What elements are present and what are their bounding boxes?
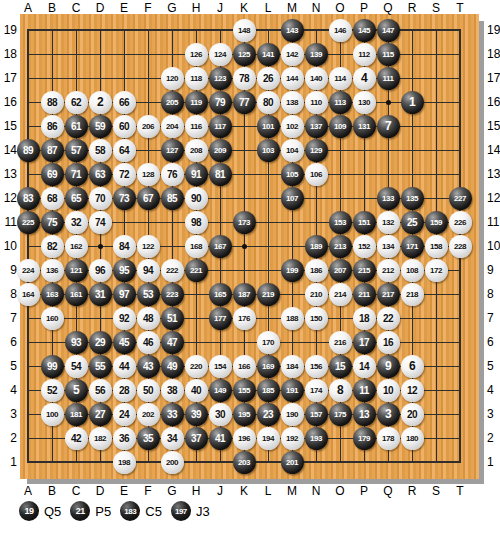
column-label-top-R: R — [400, 1, 424, 15]
annotation-stone-black: 21 — [70, 501, 90, 521]
annotation-stone-black: 197 — [171, 501, 191, 521]
annotation-move-21: 21P5 — [70, 501, 111, 521]
stone-M15-white[interactable]: 102 — [281, 115, 304, 138]
stone-H17-white[interactable]: 118 — [185, 67, 208, 90]
stone-F2-black[interactable]: 35 — [137, 427, 160, 450]
stone-B11-black[interactable]: 75 — [41, 211, 64, 234]
stone-R10-black[interactable]: 171 — [401, 235, 424, 258]
stone-K2-white[interactable]: 196 — [233, 427, 256, 450]
column-label-top-P: P — [352, 1, 376, 15]
column-label-bottom-B: B — [40, 484, 64, 498]
stone-G13-white[interactable]: 76 — [161, 163, 184, 186]
stone-J15-black[interactable]: 117 — [209, 115, 232, 138]
stone-F6-white[interactable]: 46 — [137, 331, 160, 354]
stone-A8-white[interactable]: 164 — [17, 283, 40, 306]
column-label-top-N: N — [304, 1, 328, 15]
stone-Q7-white[interactable]: 22 — [377, 307, 400, 330]
stone-L2-white[interactable]: 194 — [257, 427, 280, 450]
row-label-right-18: 18 — [487, 42, 500, 66]
row-label-left-15: 15 — [3, 114, 17, 138]
stone-B16-white[interactable]: 88 — [41, 91, 64, 114]
row-label-right-14: 14 — [487, 138, 500, 162]
stone-H18-white[interactable]: 126 — [185, 43, 208, 66]
stone-Q3-black[interactable]: 3 — [377, 403, 400, 426]
stone-J18-white[interactable]: 124 — [209, 43, 232, 66]
stone-D16-white[interactable]: 2 — [89, 91, 112, 114]
column-label-top-F: F — [136, 1, 160, 15]
stone-N5-white[interactable]: 156 — [305, 355, 328, 378]
stone-L18-black[interactable]: 141 — [257, 43, 280, 66]
stone-L5-black[interactable]: 169 — [257, 355, 280, 378]
stone-Q9-white[interactable]: 212 — [377, 259, 400, 282]
stone-Q18-black[interactable]: 115 — [377, 43, 400, 66]
stone-B8-black[interactable]: 163 — [41, 283, 64, 306]
row-label-right-1: 1 — [487, 450, 494, 474]
stone-O4-white[interactable]: 8 — [329, 379, 352, 402]
stone-H5-white[interactable]: 220 — [185, 355, 208, 378]
annotation-move-197: 197J3 — [171, 501, 210, 521]
stone-S11-black[interactable]: 159 — [425, 211, 448, 234]
stone-R4-white[interactable]: 12 — [401, 379, 424, 402]
move-annotations: 19Q521P5183C5197J3 — [19, 501, 210, 521]
row-label-left-3: 3 — [3, 402, 17, 426]
stone-L6-white[interactable]: 170 — [257, 331, 280, 354]
stone-C4-black[interactable]: 5 — [65, 379, 88, 402]
stone-C2-white[interactable]: 42 — [65, 427, 88, 450]
stone-J14-black[interactable]: 209 — [209, 139, 232, 162]
stone-M19-black[interactable]: 143 — [281, 19, 304, 42]
row-label-right-7: 7 — [487, 306, 494, 330]
stone-M17-white[interactable]: 144 — [281, 67, 304, 90]
row-label-right-9: 9 — [487, 258, 494, 282]
stone-D6-black[interactable]: 29 — [89, 331, 112, 354]
column-label-top-T: T — [448, 1, 472, 15]
stone-G5-black[interactable]: 49 — [161, 355, 184, 378]
stone-P17-white[interactable]: 4 — [353, 67, 376, 90]
stone-H14-white[interactable]: 208 — [185, 139, 208, 162]
column-label-bottom-C: C — [64, 484, 88, 498]
stone-G15-white[interactable]: 204 — [161, 115, 184, 138]
stone-M9-black[interactable]: 199 — [281, 259, 304, 282]
stone-H11-white[interactable]: 98 — [185, 211, 208, 234]
stone-M2-white[interactable]: 192 — [281, 427, 304, 450]
row-label-left-4: 4 — [3, 378, 17, 402]
stone-B3-white[interactable]: 100 — [41, 403, 64, 426]
stone-F15-white[interactable]: 206 — [137, 115, 160, 138]
stone-D9-white[interactable]: 96 — [89, 259, 112, 282]
stone-C14-black[interactable]: 57 — [65, 139, 88, 162]
column-label-bottom-E: E — [112, 484, 136, 498]
stone-K4-black[interactable]: 155 — [233, 379, 256, 402]
row-label-left-18: 18 — [3, 42, 17, 66]
stone-F3-white[interactable]: 202 — [137, 403, 160, 426]
stone-G17-white[interactable]: 120 — [161, 67, 184, 90]
stone-O5-black[interactable]: 15 — [329, 355, 352, 378]
stone-B10-white[interactable]: 82 — [41, 235, 64, 258]
row-label-left-1: 1 — [3, 450, 17, 474]
stone-M16-white[interactable]: 138 — [281, 91, 304, 114]
stone-M1-black[interactable]: 201 — [281, 451, 304, 474]
stone-A12-black[interactable]: 83 — [17, 187, 40, 210]
row-label-left-17: 17 — [3, 66, 17, 90]
stone-G7-black[interactable]: 51 — [161, 307, 184, 330]
stone-F7-white[interactable]: 48 — [137, 307, 160, 330]
stone-G14-black[interactable]: 127 — [161, 139, 184, 162]
row-label-right-4: 4 — [487, 378, 494, 402]
stone-M4-black[interactable]: 191 — [281, 379, 304, 402]
stone-N3-black[interactable]: 157 — [305, 403, 328, 426]
stone-O17-white[interactable]: 114 — [329, 67, 352, 90]
stone-R12-black[interactable]: 135 — [401, 187, 424, 210]
stone-S9-white[interactable]: 172 — [425, 259, 448, 282]
stone-N2-black[interactable]: 193 — [305, 427, 328, 450]
stone-G4-white[interactable]: 38 — [161, 379, 184, 402]
column-label-bottom-O: O — [328, 484, 352, 498]
stone-P2-black[interactable]: 179 — [353, 427, 376, 450]
stone-R3-white[interactable]: 20 — [401, 403, 424, 426]
stone-D12-white[interactable]: 70 — [89, 187, 112, 210]
stone-P4-black[interactable]: 11 — [353, 379, 376, 402]
stone-G16-black[interactable]: 205 — [161, 91, 184, 114]
stone-Q8-black[interactable]: 217 — [377, 283, 400, 306]
row-label-right-12: 12 — [487, 186, 500, 210]
row-label-right-19: 19 — [487, 18, 500, 42]
stone-E15-white[interactable]: 60 — [113, 115, 136, 138]
stone-K17-white[interactable]: 78 — [233, 67, 256, 90]
stone-H12-white[interactable]: 90 — [185, 187, 208, 210]
stone-N16-white[interactable]: 110 — [305, 91, 328, 114]
stone-L14-black[interactable]: 103 — [257, 139, 280, 162]
stone-H3-black[interactable]: 39 — [185, 403, 208, 426]
stone-K1-black[interactable]: 203 — [233, 451, 256, 474]
stone-R5-white[interactable]: 6 — [401, 355, 424, 378]
stone-Q4-white[interactable]: 10 — [377, 379, 400, 402]
column-label-bottom-M: M — [280, 484, 304, 498]
column-label-top-S: S — [424, 1, 448, 15]
stone-F5-black[interactable]: 43 — [137, 355, 160, 378]
column-label-top-A: A — [16, 1, 40, 15]
stone-C3-black[interactable]: 181 — [65, 403, 88, 426]
stone-T12-black[interactable]: 227 — [449, 187, 472, 210]
stone-B9-white[interactable]: 136 — [41, 259, 64, 282]
stone-P5-white[interactable]: 14 — [353, 355, 376, 378]
stone-G6-black[interactable]: 47 — [161, 331, 184, 354]
stone-T11-white[interactable]: 226 — [449, 211, 472, 234]
column-label-bottom-T: T — [448, 484, 472, 498]
stone-N13-white[interactable]: 106 — [305, 163, 328, 186]
row-label-left-5: 5 — [3, 354, 17, 378]
stone-H15-white[interactable]: 116 — [185, 115, 208, 138]
stone-Q15-black[interactable]: 7 — [377, 115, 400, 138]
stone-G1-white[interactable]: 200 — [161, 451, 184, 474]
stone-Q6-white[interactable]: 16 — [377, 331, 400, 354]
stone-O19-white[interactable]: 146 — [329, 19, 352, 42]
stone-O16-black[interactable]: 113 — [329, 91, 352, 114]
stone-F13-white[interactable]: 128 — [137, 163, 160, 186]
row-label-right-11: 11 — [487, 210, 499, 234]
stone-E1-white[interactable]: 198 — [113, 451, 136, 474]
annotation-stone-black: 183 — [120, 501, 140, 521]
row-label-left-14: 14 — [3, 138, 17, 162]
stone-E7-white[interactable]: 92 — [113, 307, 136, 330]
stone-R2-white[interactable]: 180 — [401, 427, 424, 450]
stone-E14-white[interactable]: 64 — [113, 139, 136, 162]
row-label-right-8: 8 — [487, 282, 494, 306]
stone-T10-white[interactable]: 228 — [449, 235, 472, 258]
stone-D11-white[interactable]: 74 — [89, 211, 112, 234]
stone-B12-white[interactable]: 68 — [41, 187, 64, 210]
stone-D14-white[interactable]: 58 — [89, 139, 112, 162]
stone-L8-black[interactable]: 219 — [257, 283, 280, 306]
column-label-top-E: E — [112, 1, 136, 15]
stone-B14-black[interactable]: 87 — [41, 139, 64, 162]
stone-R8-white[interactable]: 218 — [401, 283, 424, 306]
stone-L17-white[interactable]: 26 — [257, 67, 280, 90]
stone-D15-black[interactable]: 59 — [89, 115, 112, 138]
stone-N15-black[interactable]: 137 — [305, 115, 328, 138]
stone-P9-black[interactable]: 215 — [353, 259, 376, 282]
stone-G12-black[interactable]: 85 — [161, 187, 184, 210]
column-label-top-G: G — [160, 1, 184, 15]
stone-C13-black[interactable]: 71 — [65, 163, 88, 186]
stone-E5-white[interactable]: 44 — [113, 355, 136, 378]
stone-N18-black[interactable]: 139 — [305, 43, 328, 66]
stone-O3-black[interactable]: 175 — [329, 403, 352, 426]
stone-C9-black[interactable]: 121 — [65, 259, 88, 282]
row-label-right-16: 16 — [487, 90, 500, 114]
stone-O11-black[interactable]: 153 — [329, 211, 352, 234]
stone-C12-black[interactable]: 65 — [65, 187, 88, 210]
go-board: 1481431461451471261241251411421391121151… — [20, 14, 479, 479]
stone-M18-white[interactable]: 142 — [281, 43, 304, 66]
row-label-right-5: 5 — [487, 354, 494, 378]
stone-F8-black[interactable]: 53 — [137, 283, 160, 306]
row-label-left-8: 8 — [3, 282, 17, 306]
stone-C16-white[interactable]: 62 — [65, 91, 88, 114]
stone-E8-black[interactable]: 97 — [113, 283, 136, 306]
stone-O10-black[interactable]: 213 — [329, 235, 352, 258]
stone-J2-black[interactable]: 41 — [209, 427, 232, 450]
stone-L16-white[interactable]: 80 — [257, 91, 280, 114]
stone-F4-white[interactable]: 50 — [137, 379, 160, 402]
stone-B4-white[interactable]: 52 — [41, 379, 64, 402]
stone-J17-black[interactable]: 123 — [209, 67, 232, 90]
stone-P6-black[interactable]: 17 — [353, 331, 376, 354]
stone-R11-black[interactable]: 25 — [401, 211, 424, 234]
stone-E13-white[interactable]: 72 — [113, 163, 136, 186]
stone-A9-white[interactable]: 224 — [17, 259, 40, 282]
stone-J13-black[interactable]: 81 — [209, 163, 232, 186]
stone-D13-black[interactable]: 63 — [89, 163, 112, 186]
stone-R9-white[interactable]: 108 — [401, 259, 424, 282]
stone-Q11-white[interactable]: 132 — [377, 211, 400, 234]
stone-K8-black[interactable]: 187 — [233, 283, 256, 306]
stone-Q5-black[interactable]: 9 — [377, 355, 400, 378]
stone-L4-black[interactable]: 185 — [257, 379, 280, 402]
row-label-left-2: 2 — [3, 426, 17, 450]
column-label-bottom-G: G — [160, 484, 184, 498]
stone-E6-black[interactable]: 45 — [113, 331, 136, 354]
column-label-top-L: L — [256, 1, 280, 15]
stone-K18-black[interactable]: 125 — [233, 43, 256, 66]
stone-F10-white[interactable]: 122 — [137, 235, 160, 258]
stone-H16-black[interactable]: 119 — [185, 91, 208, 114]
stone-J3-white[interactable]: 30 — [209, 403, 232, 426]
column-label-bottom-P: P — [352, 484, 376, 498]
stone-J5-white[interactable]: 154 — [209, 355, 232, 378]
stone-K5-white[interactable]: 166 — [233, 355, 256, 378]
stone-M5-white[interactable]: 184 — [281, 355, 304, 378]
stone-O15-black[interactable]: 109 — [329, 115, 352, 138]
row-label-left-9: 9 — [3, 258, 17, 282]
stone-M12-black[interactable]: 107 — [281, 187, 304, 210]
annotation-move-183: 183C5 — [120, 501, 162, 521]
stone-A14-black[interactable]: 89 — [17, 139, 40, 162]
row-label-left-13: 13 — [3, 162, 17, 186]
stone-K11-black[interactable]: 173 — [233, 211, 256, 234]
stone-K16-black[interactable]: 77 — [233, 91, 256, 114]
row-label-right-15: 15 — [487, 114, 500, 138]
stone-R16-black[interactable]: 1 — [401, 91, 424, 114]
stone-P18-white[interactable]: 112 — [353, 43, 376, 66]
stone-E10-white[interactable]: 84 — [113, 235, 136, 258]
column-label-top-O: O — [328, 1, 352, 15]
stone-L3-black[interactable]: 23 — [257, 403, 280, 426]
stone-K19-white[interactable]: 148 — [233, 19, 256, 42]
stone-C11-white[interactable]: 32 — [65, 211, 88, 234]
stone-G3-black[interactable]: 33 — [161, 403, 184, 426]
stone-P11-black[interactable]: 151 — [353, 211, 376, 234]
annotation-move-19: 19Q5 — [19, 501, 61, 521]
stone-M14-white[interactable]: 104 — [281, 139, 304, 162]
stone-Q2-white[interactable]: 178 — [377, 427, 400, 450]
row-label-left-11: 11 — [3, 210, 17, 234]
stone-A11-black[interactable]: 225 — [17, 211, 40, 234]
column-label-bottom-K: K — [232, 484, 256, 498]
stone-B15-white[interactable]: 86 — [41, 115, 64, 138]
stone-M13-black[interactable]: 105 — [281, 163, 304, 186]
row-label-right-3: 3 — [487, 402, 494, 426]
stone-N8-white[interactable]: 210 — [305, 283, 328, 306]
stone-H10-white[interactable]: 168 — [185, 235, 208, 258]
stone-C5-white[interactable]: 54 — [65, 355, 88, 378]
stone-D5-black[interactable]: 55 — [89, 355, 112, 378]
stone-E9-black[interactable]: 95 — [113, 259, 136, 282]
stone-B5-black[interactable]: 99 — [41, 355, 64, 378]
row-label-right-2: 2 — [487, 426, 494, 450]
stone-H13-black[interactable]: 91 — [185, 163, 208, 186]
stone-Q12-black[interactable]: 133 — [377, 187, 400, 210]
stone-E16-white[interactable]: 66 — [113, 91, 136, 114]
stone-P8-black[interactable]: 211 — [353, 283, 376, 306]
row-label-right-13: 13 — [487, 162, 500, 186]
column-label-bottom-R: R — [400, 484, 424, 498]
stone-P3-black[interactable]: 13 — [353, 403, 376, 426]
stone-L15-black[interactable]: 101 — [257, 115, 280, 138]
stone-M3-white[interactable]: 190 — [281, 403, 304, 426]
stone-S10-white[interactable]: 158 — [425, 235, 448, 258]
column-label-top-M: M — [280, 1, 304, 15]
stone-E3-white[interactable]: 24 — [113, 403, 136, 426]
stone-N9-white[interactable]: 186 — [305, 259, 328, 282]
column-label-top-J: J — [208, 1, 232, 15]
stone-N14-black[interactable]: 129 — [305, 139, 328, 162]
stone-P7-white[interactable]: 18 — [353, 307, 376, 330]
stone-Q19-black[interactable]: 147 — [377, 19, 400, 42]
column-label-top-K: K — [232, 1, 256, 15]
stone-O8-white[interactable]: 214 — [329, 283, 352, 306]
stone-G8-black[interactable]: 223 — [161, 283, 184, 306]
annotation-point: P5 — [95, 504, 111, 519]
stone-B7-white[interactable]: 160 — [41, 307, 64, 330]
stone-Q17-black[interactable]: 111 — [377, 67, 400, 90]
stone-D2-white[interactable]: 182 — [89, 427, 112, 450]
stone-F9-white[interactable]: 94 — [137, 259, 160, 282]
stone-K7-white[interactable]: 176 — [233, 307, 256, 330]
stone-N4-white[interactable]: 174 — [305, 379, 328, 402]
stone-E2-white[interactable]: 36 — [113, 427, 136, 450]
stone-J7-black[interactable]: 177 — [209, 307, 232, 330]
stone-G9-white[interactable]: 222 — [161, 259, 184, 282]
stone-D8-black[interactable]: 31 — [89, 283, 112, 306]
stone-P10-white[interactable]: 152 — [353, 235, 376, 258]
stone-H9-black[interactable]: 221 — [185, 259, 208, 282]
stone-C10-white[interactable]: 162 — [65, 235, 88, 258]
stone-J8-black[interactable]: 165 — [209, 283, 232, 306]
column-label-top-C: C — [64, 1, 88, 15]
column-label-bottom-Q: Q — [376, 484, 400, 498]
stone-H2-black[interactable]: 37 — [185, 427, 208, 450]
star-point — [98, 244, 103, 249]
stone-J10-black[interactable]: 167 — [209, 235, 232, 258]
stone-P19-black[interactable]: 145 — [353, 19, 376, 42]
stone-N7-white[interactable]: 150 — [305, 307, 328, 330]
stone-C8-black[interactable]: 161 — [65, 283, 88, 306]
stone-J16-black[interactable]: 79 — [209, 91, 232, 114]
stone-N17-white[interactable]: 140 — [305, 67, 328, 90]
column-label-bottom-J: J — [208, 484, 232, 498]
column-label-bottom-N: N — [304, 484, 328, 498]
stone-E4-white[interactable]: 28 — [113, 379, 136, 402]
row-label-left-6: 6 — [3, 330, 17, 354]
annotation-stone-black: 19 — [19, 501, 39, 521]
stone-Q10-white[interactable]: 134 — [377, 235, 400, 258]
stone-D3-black[interactable]: 27 — [89, 403, 112, 426]
stone-F12-black[interactable]: 67 — [137, 187, 160, 210]
stone-O6-white[interactable]: 216 — [329, 331, 352, 354]
row-label-left-19: 19 — [3, 18, 17, 42]
stone-E12-black[interactable]: 73 — [113, 187, 136, 210]
stone-D4-white[interactable]: 56 — [89, 379, 112, 402]
stone-K3-black[interactable]: 195 — [233, 403, 256, 426]
stone-J4-black[interactable]: 149 — [209, 379, 232, 402]
stone-C15-black[interactable]: 61 — [65, 115, 88, 138]
stone-O9-black[interactable]: 207 — [329, 259, 352, 282]
stone-H4-white[interactable]: 40 — [185, 379, 208, 402]
row-label-right-6: 6 — [487, 330, 494, 354]
stone-B13-black[interactable]: 69 — [41, 163, 64, 186]
stone-P15-black[interactable]: 131 — [353, 115, 376, 138]
stone-C6-black[interactable]: 93 — [65, 331, 88, 354]
stone-N10-black[interactable]: 189 — [305, 235, 328, 258]
column-label-top-Q: Q — [376, 1, 400, 15]
stone-G2-white[interactable]: 34 — [161, 427, 184, 450]
stone-M7-white[interactable]: 188 — [281, 307, 304, 330]
star-point — [386, 100, 391, 105]
stone-P16-white[interactable]: 130 — [353, 91, 376, 114]
column-label-bottom-F: F — [136, 484, 160, 498]
row-label-left-7: 7 — [3, 306, 17, 330]
